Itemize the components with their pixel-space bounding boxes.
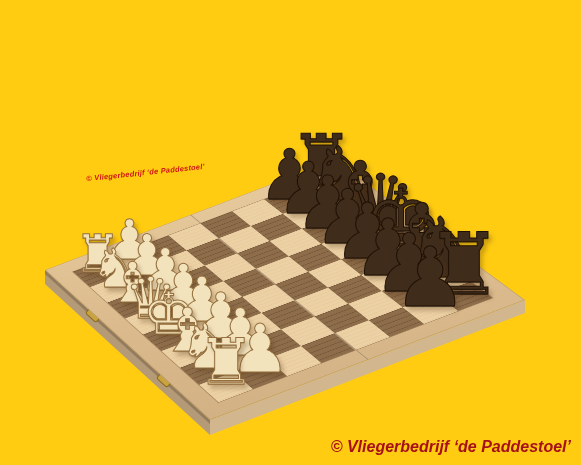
copyright-watermark-text: © Vliegerbedrijf ‘de Paddestoel’	[331, 438, 571, 456]
product-photo-scene: ♜♟♞♟♝♟♛♟♚♟♟♝♜♟♟♞♞♟♟♜♝♟♟♛♟♚♟♝♟♞♟♜ © Vlieg…	[0, 0, 581, 465]
